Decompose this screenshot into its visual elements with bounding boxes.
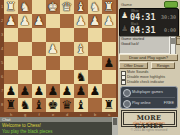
shield-badge-icon (123, 100, 131, 108)
square-g1[interactable]: ♞ (18, 0, 32, 14)
square-f3[interactable] (32, 28, 46, 42)
square-h3[interactable] (4, 28, 18, 42)
square-f6[interactable] (32, 70, 46, 84)
square-a7[interactable] (102, 84, 116, 98)
black-king[interactable]: ♚ (46, 98, 60, 112)
white-pawn[interactable]: ♟ (74, 14, 88, 28)
square-e6[interactable] (46, 70, 60, 84)
shield-badge-icon (123, 89, 131, 97)
option-label: Disable check indicator (127, 80, 164, 84)
black-pawn[interactable]: ♟ (46, 84, 60, 98)
white-clock-extra: 30:30 (161, 14, 176, 20)
banner-row-2[interactable]: Play online FREE (121, 98, 177, 108)
square-b2[interactable]: ♟ (88, 14, 102, 28)
black-pawn[interactable]: ♟ (60, 84, 74, 98)
square-h5[interactable] (4, 56, 18, 70)
square-d7[interactable]: ♟ (60, 84, 74, 98)
black-clock-time: 04:31 (130, 25, 156, 35)
square-d5[interactable] (60, 56, 74, 70)
draw-and-play-again-button[interactable]: Draw and Play again? (119, 54, 178, 61)
white-bishop[interactable]: ♝ (74, 42, 88, 56)
square-a3[interactable] (102, 28, 116, 42)
square-b6[interactable] (88, 70, 102, 84)
square-c5[interactable] (74, 56, 88, 70)
white-pawn[interactable]: ♟ (102, 14, 116, 28)
square-c7[interactable]: ♟ (74, 84, 88, 98)
white-pawn-icon: ♟ (121, 11, 128, 21)
black-pawn[interactable]: ♟ (74, 84, 88, 98)
black-knight[interactable]: ♞ (74, 70, 88, 84)
option-disable-check-indicator[interactable]: Disable check indicator (121, 80, 179, 85)
black-bishop[interactable]: ♝ (32, 98, 46, 112)
square-b4[interactable] (88, 42, 102, 56)
square-d4[interactable] (60, 42, 74, 56)
black-pawn[interactable]: ♟ (88, 84, 102, 98)
black-clock-extra: 0:00 (164, 27, 176, 33)
square-g5[interactable] (18, 56, 32, 70)
square-e1[interactable]: ♚ (46, 0, 60, 14)
square-b5[interactable] (88, 56, 102, 70)
chat-message-1: Welcome to Chess! (2, 123, 41, 128)
options-list: Mute Sounds Disable move highlights Disa… (121, 70, 179, 84)
square-h4[interactable] (4, 42, 18, 56)
banner-label: Multiplayer games (132, 90, 163, 94)
square-d3[interactable] (60, 28, 74, 42)
square-h1[interactable]: ♜ (4, 0, 18, 14)
message-scrollbar-thumb[interactable] (171, 38, 175, 44)
square-g3[interactable] (18, 28, 32, 42)
square-f5[interactable] (32, 56, 46, 70)
option-label: Disable move highlights (127, 75, 165, 79)
square-g4[interactable] (18, 42, 32, 56)
chess-board-frame: 12345678 ♜♞♚♛♝♞♜♟♟♟♟♟♟♟♝♟♞♟♟♟♟♟♟♟♜♞♝♚♛♝♜… (0, 0, 118, 117)
message-line-2: Good luck! (120, 42, 169, 47)
square-h7[interactable]: ♟ (4, 84, 18, 98)
chat-message-2: You play the black pieces (2, 129, 53, 134)
clock-box: ♟ White 04:31 30:30 ♟ Black 04:31 0:00 (119, 8, 179, 37)
black-pawn[interactable]: ♟ (4, 84, 18, 98)
white-pawn[interactable]: ♟ (46, 42, 60, 56)
square-d8[interactable]: ♛ (60, 98, 74, 112)
panel-title: Game (121, 2, 132, 7)
square-h6[interactable] (4, 70, 18, 84)
black-rook[interactable]: ♜ (102, 98, 116, 112)
resign-button[interactable]: Resign (151, 62, 175, 69)
copyright-text: © 2011 All rights reserved (118, 128, 180, 132)
black-pawn[interactable]: ♟ (102, 56, 116, 70)
white-pawn[interactable]: ♟ (32, 14, 46, 28)
black-queen[interactable]: ♛ (60, 98, 74, 112)
black-pawn[interactable]: ♟ (32, 84, 46, 98)
square-g8[interactable]: ♞ (18, 98, 32, 112)
square-b7[interactable]: ♟ (88, 84, 102, 98)
black-clock-row: ♟ Black 04:31 0:00 (120, 22, 178, 35)
square-a5[interactable]: ♟ (102, 56, 116, 70)
square-f4[interactable] (32, 42, 46, 56)
square-b8[interactable] (88, 98, 102, 112)
square-g6[interactable] (18, 70, 32, 84)
offer-draw-button[interactable]: Offer Draw (119, 62, 148, 69)
square-c3[interactable] (74, 28, 88, 42)
white-bishop[interactable]: ♝ (74, 0, 88, 14)
option-label: Mute Sounds (127, 70, 148, 74)
chess-board[interactable]: ♜♞♚♛♝♞♜♟♟♟♟♟♟♟♝♟♞♟♟♟♟♟♟♟♜♞♝♚♛♝♜ (4, 0, 116, 112)
square-a4[interactable] (102, 42, 116, 56)
square-c8[interactable]: ♝ (74, 98, 88, 112)
message-listbox[interactable]: Game started Good luck! (119, 36, 170, 54)
white-rook[interactable]: ♜ (4, 0, 18, 14)
square-a1[interactable]: ♜ (102, 0, 116, 14)
white-king[interactable]: ♚ (46, 0, 60, 14)
black-rook[interactable]: ♜ (4, 98, 18, 112)
green-flag-button[interactable] (164, 1, 178, 8)
banner-row-1[interactable]: Multiplayer games (121, 87, 177, 97)
white-pawn[interactable]: ♟ (18, 14, 32, 28)
square-c4[interactable]: ♝ (74, 42, 88, 56)
square-f7[interactable]: ♟ (32, 84, 46, 98)
square-h8[interactable]: ♜ (4, 98, 18, 112)
square-a6[interactable] (102, 70, 116, 84)
black-pawn[interactable]: ♟ (18, 84, 32, 98)
square-b1[interactable]: ♞ (88, 0, 102, 14)
square-a8[interactable]: ♜ (102, 98, 116, 112)
games-banner[interactable]: Multiplayer games Play online FREE (120, 86, 178, 109)
square-d2[interactable] (60, 14, 74, 28)
chat-header: Chat (0, 117, 118, 122)
square-f1[interactable] (32, 0, 46, 14)
square-g7[interactable]: ♟ (18, 84, 32, 98)
square-e8[interactable]: ♚ (46, 98, 60, 112)
square-f8[interactable]: ♝ (32, 98, 46, 112)
more-games-subtitle: play free online games (124, 121, 174, 125)
square-b3[interactable] (88, 28, 102, 42)
free-badge: FREE (164, 101, 174, 105)
square-g2[interactable]: ♟ (18, 14, 32, 28)
square-c6[interactable]: ♞ (74, 70, 88, 84)
white-rook[interactable]: ♜ (102, 0, 116, 14)
more-games-logo[interactable]: MORE GAMES play free online games (121, 110, 177, 127)
square-e3[interactable] (46, 28, 60, 42)
control-panel: Game ♟ White 04:31 30:30 ♟ Black 04:31 0… (118, 0, 180, 135)
black-pawn-icon: ♟ (121, 24, 128, 34)
black-knight[interactable]: ♞ (18, 98, 32, 112)
square-h2[interactable]: ♟ (4, 14, 18, 28)
square-a2[interactable]: ♟ (102, 14, 116, 28)
chat-scrollbar-thumb[interactable] (113, 118, 117, 125)
banner-label: Play online (132, 101, 151, 105)
white-pawn[interactable]: ♟ (88, 14, 102, 28)
square-e7[interactable]: ♟ (46, 84, 60, 98)
white-clock-time: 04:31 (130, 12, 156, 22)
square-c2[interactable]: ♟ (74, 14, 88, 28)
square-e5[interactable] (46, 56, 60, 70)
square-f2[interactable]: ♟ (32, 14, 46, 28)
white-pawn[interactable]: ♟ (4, 14, 18, 28)
more-games-logo-border: MORE GAMES play free online games (123, 112, 175, 125)
white-knight[interactable]: ♞ (18, 0, 32, 14)
square-e4[interactable]: ♟ (46, 42, 60, 56)
checkbox-icon[interactable] (121, 80, 126, 85)
white-clock-row: ♟ White 04:31 30:30 (120, 9, 178, 22)
chess-game-app: 12345678 ♜♞♚♛♝♞♜♟♟♟♟♟♟♟♝♟♞♟♟♟♟♟♟♟♜♞♝♚♛♝♜… (0, 0, 180, 135)
black-bishop[interactable]: ♝ (74, 98, 88, 112)
send-button[interactable]: Send (176, 36, 180, 45)
square-d6[interactable] (60, 70, 74, 84)
square-d1[interactable]: ♛ (60, 0, 74, 14)
white-knight[interactable]: ♞ (88, 0, 102, 14)
square-c1[interactable]: ♝ (74, 0, 88, 14)
chat-panel: Chat Welcome to Chess! You play the blac… (0, 117, 118, 135)
white-queen[interactable]: ♛ (60, 0, 74, 14)
square-e2[interactable] (46, 14, 60, 28)
